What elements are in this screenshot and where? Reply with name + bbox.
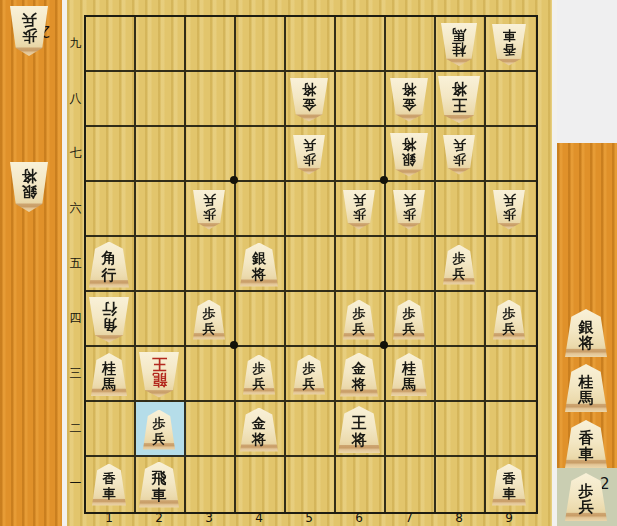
file-label-4: 4 (249, 511, 269, 525)
cell-f9-r3[interactable] (486, 347, 536, 402)
cell-f3-r7[interactable] (186, 127, 236, 182)
rank-label-5: 五 (67, 255, 84, 272)
cell-f6-r5[interactable] (336, 237, 386, 292)
cell-f4-r1[interactable] (236, 457, 286, 512)
cell-f8-r6[interactable] (436, 182, 486, 237)
rank-label-2: 二 (67, 420, 84, 437)
cell-f2-r6[interactable] (136, 182, 186, 237)
cell-f1-r9[interactable] (86, 17, 136, 72)
top-player-hand-stand: 2 歩兵銀将 (0, 0, 62, 526)
shogi-board: 九八七六五四三二一123456789香車飛車香車歩兵金将王将桂馬歩兵歩兵金将桂馬… (67, 0, 552, 526)
cell-f9-r7[interactable] (486, 127, 536, 182)
star-point (230, 341, 238, 349)
cell-f3-r5[interactable] (186, 237, 236, 292)
cell-f9-r8[interactable] (486, 72, 536, 127)
cell-f2-r4[interactable] (136, 292, 186, 347)
hand-piece-pawn-top[interactable]: 歩兵 (10, 6, 48, 56)
cell-f9-r2[interactable] (486, 402, 536, 457)
cell-f2-r9[interactable] (136, 17, 186, 72)
cell-f6-r9[interactable] (336, 17, 386, 72)
cell-f1-r6[interactable] (86, 182, 136, 237)
cell-f7-r1[interactable] (386, 457, 436, 512)
shogi-app: 2 歩兵銀将 九八七六五四三二一123456789香車飛車香車歩兵金将王将桂馬歩… (0, 0, 617, 526)
rank-label-1: 一 (67, 475, 84, 492)
star-point (380, 176, 388, 184)
hand-piece-silver-top[interactable]: 銀将 (10, 162, 48, 212)
cell-f3-r2[interactable] (186, 402, 236, 457)
rank-label-4: 四 (67, 310, 84, 327)
file-label-8: 8 (449, 511, 469, 525)
cell-f6-r8[interactable] (336, 72, 386, 127)
cell-f6-r7[interactable] (336, 127, 386, 182)
cell-f7-r2[interactable] (386, 402, 436, 457)
cell-f4-r6[interactable] (236, 182, 286, 237)
cell-f5-r4[interactable] (286, 292, 336, 347)
cell-f3-r9[interactable] (186, 17, 236, 72)
hand-piece-lance-bottom[interactable]: 香車 (565, 420, 607, 468)
cell-f5-r5[interactable] (286, 237, 336, 292)
cell-f1-r8[interactable] (86, 72, 136, 127)
file-label-7: 7 (399, 511, 419, 525)
star-point (230, 176, 238, 184)
cell-f4-r7[interactable] (236, 127, 286, 182)
cell-f3-r3[interactable] (186, 347, 236, 402)
right-side-panel (557, 0, 617, 143)
cell-f6-r1[interactable] (336, 457, 386, 512)
cell-f5-r1[interactable] (286, 457, 336, 512)
cell-f7-r9[interactable] (386, 17, 436, 72)
rank-label-6: 六 (67, 200, 84, 217)
cell-f3-r1[interactable] (186, 457, 236, 512)
rank-label-8: 八 (67, 90, 84, 107)
star-point (380, 341, 388, 349)
cell-f8-r4[interactable] (436, 292, 486, 347)
cell-f3-r8[interactable] (186, 72, 236, 127)
file-label-6: 6 (349, 511, 369, 525)
cell-f5-r2[interactable] (286, 402, 336, 457)
rank-label-9: 九 (67, 35, 84, 52)
rank-label-7: 七 (67, 145, 84, 162)
cell-f7-r5[interactable] (386, 237, 436, 292)
cell-f5-r6[interactable] (286, 182, 336, 237)
cell-f4-r4[interactable] (236, 292, 286, 347)
file-label-9: 9 (499, 511, 519, 525)
hand-piece-silver-bottom[interactable]: 銀将 (565, 309, 607, 357)
cell-f8-r3[interactable] (436, 347, 486, 402)
cell-f2-r8[interactable] (136, 72, 186, 127)
cell-f1-r7[interactable] (86, 127, 136, 182)
cell-f2-r5[interactable] (136, 237, 186, 292)
cell-f8-r2[interactable] (436, 402, 486, 457)
cell-f8-r1[interactable] (436, 457, 486, 512)
cell-f1-r2[interactable] (86, 402, 136, 457)
file-label-1: 1 (99, 511, 119, 525)
file-label-5: 5 (299, 511, 319, 525)
cell-f9-r5[interactable] (486, 237, 536, 292)
rank-label-3: 三 (67, 365, 84, 382)
bottom-player-hand-stand: 2 銀将桂馬香車歩兵 (557, 143, 617, 526)
file-label-3: 3 (199, 511, 219, 525)
cell-f4-r9[interactable] (236, 17, 286, 72)
hand-piece-knight-bottom[interactable]: 桂馬 (565, 364, 607, 412)
cell-f2-r7[interactable] (136, 127, 186, 182)
cell-f4-r8[interactable] (236, 72, 286, 127)
cell-f5-r9[interactable] (286, 17, 336, 72)
file-label-2: 2 (149, 511, 169, 525)
